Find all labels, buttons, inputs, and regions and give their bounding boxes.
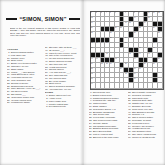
title-bar: “SIMON, SIMON” xyxy=(6,16,80,22)
title-rule-left xyxy=(6,18,17,20)
cell-number: 22 xyxy=(120,27,122,29)
cell-number: 57 xyxy=(153,63,155,65)
cell-number: 64 xyxy=(134,73,136,75)
cell-number: 62 xyxy=(91,73,93,75)
cell-number: 27 xyxy=(134,32,136,34)
cell-number: 1 xyxy=(91,12,92,14)
cell-number: 37 xyxy=(153,42,155,44)
cell-number: 31 xyxy=(129,37,131,39)
clue-text: Barefoot in the Park locale xyxy=(93,136,124,138)
cell-number: 12 xyxy=(158,12,160,14)
cell-number: 50 xyxy=(158,58,160,60)
cell-number: 41 xyxy=(153,47,155,49)
cell-number: 48 xyxy=(115,58,117,60)
cell-number: 59 xyxy=(120,68,122,70)
cell-number: 2 xyxy=(96,12,97,14)
cell-number: 56 xyxy=(144,63,146,65)
cell-number: 33 xyxy=(96,42,98,44)
cell-number: 14 xyxy=(134,17,136,19)
clue-item: 5.Neil Simon's forte xyxy=(45,105,80,107)
cell-number: 46 xyxy=(91,58,93,60)
cell-number: 26 xyxy=(110,32,112,34)
cell-number: 49 xyxy=(134,58,136,60)
cell-number: 39 xyxy=(120,47,122,49)
cell-number: 45 xyxy=(148,53,150,55)
cell-number: 35 xyxy=(106,42,108,44)
cell-number: 63 xyxy=(125,73,127,75)
cell-number: 10 xyxy=(148,12,150,14)
cell-number: 67 xyxy=(91,83,93,85)
cell-number: 5 xyxy=(110,12,111,14)
cell-number: 11 xyxy=(153,12,155,14)
cell-number: 53 xyxy=(106,63,108,65)
cell-number: 65 xyxy=(91,78,93,80)
cell-number: 8 xyxy=(134,12,135,14)
cell-number: 44 xyxy=(139,53,141,55)
clue-item: 37.Kodachrome shade xyxy=(7,101,42,103)
intro-paragraph: Each of the five longest answers in this… xyxy=(10,27,80,45)
cell-number: 9 xyxy=(139,12,140,14)
cell-number: 6 xyxy=(115,12,116,14)
cell-number: 3 xyxy=(101,12,102,14)
clue-column-1: ACROSS1.Simon's singing partner7.Kids' g… xyxy=(7,46,42,159)
cell-number: 29 xyxy=(110,37,112,39)
cell-number: 54 xyxy=(110,63,112,65)
cell-number: 23 xyxy=(139,27,141,29)
cell-number: 43 xyxy=(129,53,131,55)
cell-number: 38 xyxy=(91,47,93,49)
cell-number: 21 xyxy=(115,27,117,29)
cell-number: 36 xyxy=(125,42,127,44)
clue-column-4: 33.Sweet Charity composer34.Promises, pr… xyxy=(128,91,163,161)
cell-number: 42 xyxy=(106,53,108,55)
cell-number: 52 xyxy=(101,63,103,65)
cell-number: 61 xyxy=(139,68,141,70)
clue-text: Neil Simon's forte xyxy=(49,105,80,107)
cell-number: 55 xyxy=(125,63,127,65)
cell-number: 15 xyxy=(148,17,150,19)
book-spread: “SIMON, SIMON” Each of the five longest … xyxy=(0,0,165,165)
cell-number: 34 xyxy=(101,42,103,44)
cell-number: 7 xyxy=(125,12,126,14)
clue-column-2: 39.Still crazy after all these ___40.“El… xyxy=(45,46,80,159)
clue-item: 61.Murder by Death sleuth xyxy=(128,136,163,138)
cell-number: 25 xyxy=(91,32,93,34)
cell-number: 19 xyxy=(144,22,146,24)
cell-number: 32 xyxy=(91,42,93,44)
cell-number: 51 xyxy=(91,63,93,65)
cell-number: 18 xyxy=(129,22,131,24)
cell-number: 60 xyxy=(134,68,136,70)
page-title: “SIMON, SIMON” xyxy=(17,16,68,22)
cell-number: 13 xyxy=(91,17,93,19)
cell-number: 47 xyxy=(96,58,98,60)
clue-column-3: 6.Opera house solo7.Bishop Tutu's home8.… xyxy=(89,91,124,161)
cell-number: 30 xyxy=(125,37,127,39)
cell-number: 20 xyxy=(91,27,93,29)
cell-number: 28 xyxy=(158,32,160,34)
crossword-grid: 1234567891011121314151617181920212223242… xyxy=(90,11,164,90)
cell-number: 24 xyxy=(153,27,155,29)
title-rule-right xyxy=(69,18,80,20)
page-gutter xyxy=(80,0,87,165)
cell-number: 4 xyxy=(106,12,107,14)
cell-number: 66 xyxy=(134,78,136,80)
grid-cell xyxy=(158,83,163,88)
cell-number: 58 xyxy=(91,68,93,70)
clue-text: American tune, for one xyxy=(49,88,80,90)
cell-number: 40 xyxy=(139,47,141,49)
clue-text: Kodachrome shade xyxy=(11,101,42,103)
cell-number: 16 xyxy=(91,22,93,24)
cell-number: 17 xyxy=(125,22,127,24)
clue-text: Murder by Death sleuth xyxy=(132,136,163,138)
clue-item: 32.Barefoot in the Park locale xyxy=(89,136,124,138)
